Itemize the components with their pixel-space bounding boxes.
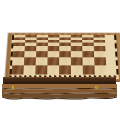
brass-latch-icon — [12, 85, 15, 89]
square-g1 — [83, 65, 95, 75]
chess-box-photo — [0, 0, 120, 120]
square-e1 — [59, 65, 71, 75]
square-d1 — [47, 65, 59, 75]
frame-mosaic-inlay — [9, 35, 118, 75]
square-a2 — [12, 57, 24, 65]
chess-board — [11, 35, 106, 75]
square-c1 — [35, 65, 47, 75]
square-a1 — [11, 65, 23, 75]
carved-side-upper — [2, 84, 117, 89]
square-f1 — [71, 65, 83, 75]
square-d2 — [47, 57, 59, 65]
square-e2 — [59, 57, 71, 65]
square-f2 — [71, 57, 83, 65]
square-c2 — [36, 57, 48, 65]
floor-shadow — [8, 96, 112, 106]
board-frame — [5, 33, 120, 81]
square-g2 — [82, 57, 94, 65]
square-h2 — [94, 57, 106, 65]
square-b1 — [23, 65, 35, 75]
square-h1 — [94, 65, 106, 75]
square-b2 — [24, 57, 36, 65]
